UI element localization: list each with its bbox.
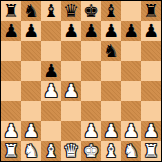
square-b7[interactable]: ♟ [21,21,41,41]
square-d1[interactable]: ♛ [61,141,81,161]
square-g6[interactable] [121,41,141,61]
white-pawn-icon: ♟ [43,81,59,101]
square-a3[interactable] [1,101,21,121]
square-f2[interactable]: ♟ [101,121,121,141]
square-g4[interactable] [121,81,141,101]
square-a5[interactable] [1,61,21,81]
square-e3[interactable] [81,101,101,121]
white-knight-icon: ♞ [123,141,139,161]
square-c8[interactable]: ♝ [41,1,61,21]
square-a4[interactable] [1,81,21,101]
square-f3[interactable] [101,101,121,121]
black-queen-icon: ♛ [63,1,79,21]
black-pawn-icon: ♟ [123,21,139,41]
square-d6[interactable] [61,41,81,61]
white-pawn-icon: ♟ [3,121,19,141]
black-bishop-icon: ♝ [103,1,119,21]
square-h4[interactable] [141,81,161,101]
black-rook-icon: ♜ [3,1,19,21]
square-b5[interactable] [21,61,41,81]
square-g7[interactable]: ♟ [121,21,141,41]
white-pawn-icon: ♟ [83,121,99,141]
square-e5[interactable] [81,61,101,81]
black-pawn-icon: ♟ [23,21,39,41]
square-h6[interactable] [141,41,161,61]
square-b1[interactable]: ♞ [21,141,41,161]
square-e1[interactable]: ♚ [81,141,101,161]
white-bishop-icon: ♝ [43,141,59,161]
square-b3[interactable] [21,101,41,121]
white-pawn-icon: ♟ [63,81,79,101]
chess-board: ♜♞♝♛♚♝♜♟♟♟♟♟♟♟♞♟♟♟♟♟♟♟♟♟♜♞♝♛♚♝♞♜ [0,0,162,162]
square-d8[interactable]: ♛ [61,1,81,21]
square-h2[interactable]: ♟ [141,121,161,141]
white-king-icon: ♚ [83,141,99,161]
square-d3[interactable] [61,101,81,121]
square-a6[interactable] [1,41,21,61]
black-knight-icon: ♞ [103,41,119,61]
square-c4[interactable]: ♟ [41,81,61,101]
square-c1[interactable]: ♝ [41,141,61,161]
black-pawn-icon: ♟ [143,21,159,41]
square-b2[interactable]: ♟ [21,121,41,141]
square-f5[interactable] [101,61,121,81]
square-g5[interactable] [121,61,141,81]
white-queen-icon: ♛ [63,141,79,161]
black-bishop-icon: ♝ [43,1,59,21]
black-pawn-icon: ♟ [3,21,19,41]
square-h3[interactable] [141,101,161,121]
white-knight-icon: ♞ [23,141,39,161]
square-c3[interactable] [41,101,61,121]
square-h8[interactable]: ♜ [141,1,161,21]
square-f8[interactable]: ♝ [101,1,121,21]
square-a8[interactable]: ♜ [1,1,21,21]
black-pawn-icon: ♟ [63,21,79,41]
square-d4[interactable]: ♟ [61,81,81,101]
square-f1[interactable]: ♝ [101,141,121,161]
white-pawn-icon: ♟ [123,121,139,141]
square-d2[interactable] [61,121,81,141]
square-e7[interactable]: ♟ [81,21,101,41]
square-f6[interactable]: ♞ [101,41,121,61]
white-bishop-icon: ♝ [103,141,119,161]
square-d7[interactable]: ♟ [61,21,81,41]
square-c6[interactable] [41,41,61,61]
square-e2[interactable]: ♟ [81,121,101,141]
square-g1[interactable]: ♞ [121,141,141,161]
square-f4[interactable] [101,81,121,101]
white-pawn-icon: ♟ [103,121,119,141]
black-pawn-icon: ♟ [103,21,119,41]
black-knight-icon: ♞ [23,1,39,21]
square-a1[interactable]: ♜ [1,141,21,161]
square-a7[interactable]: ♟ [1,21,21,41]
square-g2[interactable]: ♟ [121,121,141,141]
square-b8[interactable]: ♞ [21,1,41,21]
square-c5[interactable]: ♟ [41,61,61,81]
square-d5[interactable] [61,61,81,81]
black-rook-icon: ♜ [143,1,159,21]
square-e8[interactable]: ♚ [81,1,101,21]
square-h5[interactable] [141,61,161,81]
black-king-icon: ♚ [83,1,99,21]
square-c2[interactable] [41,121,61,141]
square-e4[interactable] [81,81,101,101]
square-h1[interactable]: ♜ [141,141,161,161]
square-b6[interactable] [21,41,41,61]
square-c7[interactable] [41,21,61,41]
white-pawn-icon: ♟ [23,121,39,141]
square-f7[interactable]: ♟ [101,21,121,41]
white-rook-icon: ♜ [3,141,19,161]
square-g3[interactable] [121,101,141,121]
square-a2[interactable]: ♟ [1,121,21,141]
white-pawn-icon: ♟ [143,121,159,141]
black-pawn-icon: ♟ [43,61,59,81]
square-e6[interactable] [81,41,101,61]
square-b4[interactable] [21,81,41,101]
square-g8[interactable] [121,1,141,21]
white-rook-icon: ♜ [143,141,159,161]
square-h7[interactable]: ♟ [141,21,161,41]
black-pawn-icon: ♟ [83,21,99,41]
